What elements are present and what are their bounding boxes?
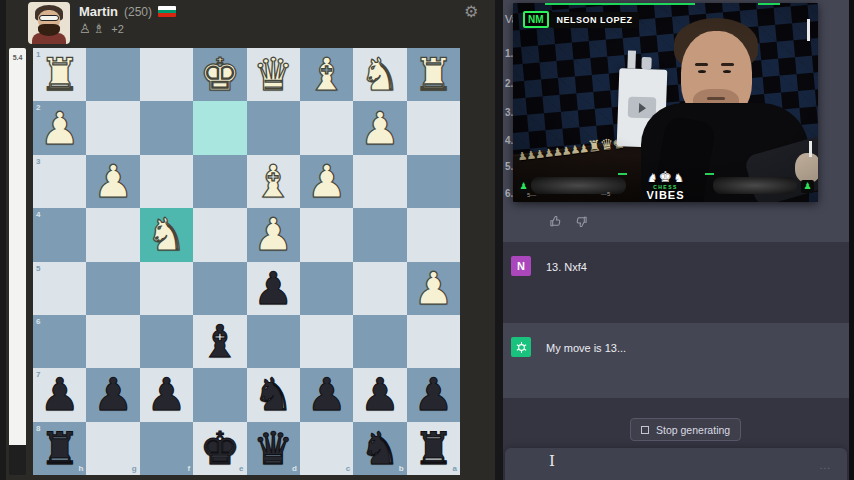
square-d7[interactable]: ♞ [247,368,300,421]
captured-bishop-icon: ♗ [93,22,105,35]
square-e3[interactable] [193,155,246,208]
rank-label-8: 8 [36,424,40,433]
bulgaria-flag-icon [158,6,176,17]
chess-game-panel: Martin (250) ♙ ♗ +2 ⚙ 5.4 1♜♚♛♝♞♜2♟♟3♟♝♟… [0,0,495,480]
square-f5[interactable] [140,262,193,315]
square-g8[interactable]: g [86,422,139,475]
video-text-fragment-right: —5 [601,191,610,197]
square-g4[interactable] [86,208,139,261]
file-label-c: c [346,464,350,473]
rank-label-1: 1 [36,50,40,59]
black-pawn-h7[interactable]: ♟ [33,368,86,421]
square-c3[interactable]: ♟ [300,155,353,208]
white-rook-h1[interactable]: ♜ [33,48,86,101]
user-message-row: N 13. Nxf4 [503,242,849,323]
thumbs-up-icon[interactable] [549,215,562,228]
square-h6[interactable]: 6 [33,315,86,368]
frame-tick-bottom [809,141,812,157]
square-b5[interactable] [353,262,406,315]
file-label-g: g [132,464,137,473]
app-screen: Martin (250) ♙ ♗ +2 ⚙ 5.4 1♜♚♛♝♞♜2♟♟3♟♝♟… [0,0,854,480]
chatgpt-avatar-icon [511,337,531,357]
thumbs-down-icon[interactable] [575,215,588,228]
square-h7[interactable]: 7♟ [33,368,86,421]
logo-king-icon: ♚ [659,170,672,184]
nameplate-right [713,177,797,194]
square-f7[interactable]: ♟ [140,368,193,421]
rank-label-5: 5 [36,264,40,273]
black-pawn-f7[interactable]: ♟ [140,368,193,421]
captured-pawn-icon: ♙ [79,22,91,35]
square-b8[interactable]: b♞ [353,422,406,475]
square-h3[interactable]: 3 [33,155,86,208]
square-g7[interactable]: ♟ [86,368,139,421]
square-d8[interactable]: d♛ [247,422,300,475]
square-f2[interactable] [140,101,193,154]
square-d3[interactable]: ♝ [247,155,300,208]
green-accent-top-left [545,3,695,5]
rank-label-4: 4 [36,210,40,219]
square-h8[interactable]: 8h♜ [33,422,86,475]
white-pawn-h2[interactable]: ♟ [33,101,86,154]
rank-label-7: 7 [36,370,40,379]
white-queen-d1[interactable]: ♛ [247,48,300,101]
square-e6[interactable]: ♝ [193,315,246,368]
stop-square-icon [641,426,649,434]
square-c7[interactable]: ♟ [300,368,353,421]
send-button-dots[interactable]: ... [820,460,831,471]
panel-divider [495,0,503,480]
square-e5[interactable] [193,262,246,315]
square-a2[interactable] [407,101,460,154]
logo-knight-left-icon: ♞ [647,172,658,184]
square-d4[interactable]: ♟ [247,208,300,261]
square-g2[interactable] [86,101,139,154]
logo-text-vibes: VIBES [631,190,701,201]
green-piece-icon-right: ♟ [801,180,814,193]
square-f3[interactable] [140,155,193,208]
square-g5[interactable] [86,262,139,315]
square-d1[interactable]: ♛ [247,48,300,101]
assistant-message-row: My move is 13... [503,323,849,398]
square-h1[interactable]: 1♜ [33,48,86,101]
white-knight-f4[interactable]: ♞ [140,208,193,261]
square-b7[interactable]: ♟ [353,368,406,421]
square-f4[interactable]: ♞ [140,208,193,261]
streamer-name: NELSON LOPEZ [551,12,639,28]
nm-title: NM [523,11,549,28]
black-pawn-g7[interactable]: ♟ [86,368,139,421]
video-text-fragment-left: 5— [527,192,536,198]
square-h5[interactable]: 5 [33,262,86,315]
square-e4[interactable] [193,208,246,261]
square-h4[interactable]: 4 [33,208,86,261]
square-c8[interactable]: c [300,422,353,475]
white-pawn-g3[interactable]: ♟ [86,155,139,208]
left-edge-strip [0,0,6,480]
webcam-video-overlay[interactable]: ♟♟♟♟♟♟♟♟♜♛♚ NM NELSON LOPEZ ♟ ♟ 5— —5 [513,3,818,202]
square-b4[interactable] [353,208,406,261]
black-pawn-b7[interactable]: ♟ [353,368,406,421]
square-c4[interactable] [300,208,353,261]
black-knight-d7[interactable]: ♞ [247,368,300,421]
right-edge-strip [849,0,854,480]
evaluation-bar-white [9,48,26,445]
white-king-e1[interactable]: ♚ [193,48,246,101]
opponent-info-bar: Martin (250) ♙ ♗ +2 [28,2,176,46]
black-pawn-a7[interactable]: ♟ [407,368,460,421]
square-f6[interactable] [140,315,193,368]
black-bishop-e6[interactable]: ♝ [193,315,246,368]
frame-tick-top [807,19,810,41]
square-a1[interactable]: ♜ [407,48,460,101]
evaluation-bar: 5.4 [9,48,26,475]
square-b3[interactable] [353,155,406,208]
nameplate-left [531,177,626,194]
square-a7[interactable]: ♟ [407,368,460,421]
black-pawn-c7[interactable]: ♟ [300,368,353,421]
square-g6[interactable] [86,315,139,368]
square-f8[interactable]: f [140,422,193,475]
opponent-avatar[interactable] [28,2,70,44]
white-pawn-d4[interactable]: ♟ [247,208,300,261]
user-message-text: 13. Nxf4 [546,261,587,273]
logo-dash-left [618,173,627,175]
logo-dash-right [705,173,714,175]
rank-label-3: 3 [36,157,40,166]
square-a6[interactable] [407,315,460,368]
square-a5[interactable]: ♟ [407,262,460,315]
square-g1[interactable] [86,48,139,101]
file-label-h: h [78,464,83,473]
square-e1[interactable]: ♚ [193,48,246,101]
logo-knight-right-icon: ♞ [673,172,684,184]
square-h2[interactable]: 2♟ [33,101,86,154]
black-pawn-d5[interactable]: ♟ [247,262,300,315]
chat-input[interactable]: I ... [505,448,847,480]
square-c1[interactable]: ♝ [300,48,353,101]
square-c6[interactable] [300,315,353,368]
stop-generating-button[interactable]: Stop generating [630,418,741,441]
square-a3[interactable] [407,155,460,208]
title-badge: NM NELSON LOPEZ [523,11,639,28]
chess-board[interactable]: 1♜♚♛♝♞♜2♟♟3♟♝♟4♞♟5♟♟6♝7♟♟♟♞♟♟♟8h♜gfe♚d♛c… [33,48,460,475]
settings-gear-icon[interactable]: ⚙ [464,2,478,21]
assistant-message-text: My move is 13... [546,342,626,354]
file-label-e: e [239,464,243,473]
square-e7[interactable] [193,368,246,421]
file-label-a: a [453,464,457,473]
opponent-rating: (250) [124,5,152,19]
white-pawn-b2[interactable]: ♟ [353,101,406,154]
square-g3[interactable]: ♟ [86,155,139,208]
rank-label-6: 6 [36,317,40,326]
file-label-f: f [187,464,190,473]
square-d2[interactable] [247,101,300,154]
evaluation-value: 5.4 [9,54,26,61]
white-pawn-a5[interactable]: ♟ [407,262,460,315]
feedback-buttons [549,215,588,228]
square-b2[interactable]: ♟ [353,101,406,154]
square-c5[interactable] [300,262,353,315]
square-a8[interactable]: a♜ [407,422,460,475]
text-cursor: I [549,452,555,470]
white-bishop-c1[interactable]: ♝ [300,48,353,101]
file-label-b: b [399,464,404,473]
captured-pieces: ♙ ♗ +2 [79,22,176,35]
opponent-name[interactable]: Martin [79,4,118,19]
white-rook-a1[interactable]: ♜ [407,48,460,101]
green-accent-top-right [758,3,780,5]
square-a4[interactable] [407,208,460,261]
white-knight-b1[interactable]: ♞ [353,48,406,101]
square-d6[interactable] [247,315,300,368]
square-d5[interactable]: ♟ [247,262,300,315]
rank-label-2: 2 [36,103,40,112]
square-e8[interactable]: e♚ [193,422,246,475]
square-b1[interactable]: ♞ [353,48,406,101]
square-c2[interactable] [300,101,353,154]
square-f1[interactable] [140,48,193,101]
square-b6[interactable] [353,315,406,368]
user-avatar: N [511,256,531,276]
chess-vibes-logo: ♞ ♚ ♞ CHESS VIBES [631,170,701,201]
white-pawn-c3[interactable]: ♟ [300,155,353,208]
material-advantage: +2 [111,23,124,35]
file-label-d: d [292,464,297,473]
square-e2[interactable] [193,101,246,154]
white-bishop-d3[interactable]: ♝ [247,155,300,208]
